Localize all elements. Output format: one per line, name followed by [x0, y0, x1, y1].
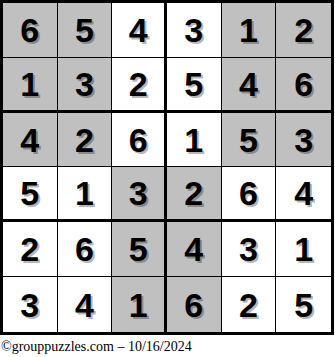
cell-r3c2: 2 — [58, 113, 113, 168]
cell-r6c1: 3 — [3, 277, 58, 332]
cell-r6c2: 4 — [58, 277, 113, 332]
cell-r5c5: 3 — [222, 222, 277, 277]
cell-r3c6: 3 — [276, 113, 331, 168]
cell-r3c1: 4 — [3, 113, 58, 168]
cell-r1c6: 2 — [276, 3, 331, 58]
cell-r4c3: 3 — [112, 167, 167, 222]
cell-r5c6: 1 — [276, 222, 331, 277]
cell-r1c1: 6 — [3, 3, 58, 58]
cell-r4c2: 1 — [58, 167, 113, 222]
cell-r3c5: 5 — [222, 113, 277, 168]
cell-r4c5: 6 — [222, 167, 277, 222]
cell-r2c5: 4 — [222, 58, 277, 113]
cell-r2c3: 2 — [112, 58, 167, 113]
cell-r3c3: 6 — [112, 113, 167, 168]
cell-r5c1: 2 — [3, 222, 58, 277]
cell-r5c3: 5 — [112, 222, 167, 277]
cell-r5c4: 4 — [167, 222, 222, 277]
cell-r6c3: 1 — [112, 277, 167, 332]
cell-r4c4: 2 — [167, 167, 222, 222]
cell-r1c2: 5 — [58, 3, 113, 58]
cell-r2c6: 6 — [276, 58, 331, 113]
cell-r4c1: 5 — [3, 167, 58, 222]
cell-r4c6: 4 — [276, 167, 331, 222]
cell-r5c2: 6 — [58, 222, 113, 277]
sudoku-grid: 654312132546426153513264265431341625 — [0, 0, 334, 335]
puzzle-page: 654312132546426153513264265431341625 ©gr… — [0, 0, 335, 357]
cell-r1c4: 3 — [167, 3, 222, 58]
cell-r1c3: 4 — [112, 3, 167, 58]
cell-r1c5: 1 — [222, 3, 277, 58]
cell-r6c6: 5 — [276, 277, 331, 332]
cell-r2c1: 1 — [3, 58, 58, 113]
cell-r3c4: 1 — [167, 113, 222, 168]
cell-r6c5: 2 — [222, 277, 277, 332]
cell-r6c4: 6 — [167, 277, 222, 332]
cell-r2c2: 3 — [58, 58, 113, 113]
credit-line: ©grouppuzzles.com – 10/16/2024 — [1, 339, 192, 355]
cell-r2c4: 5 — [167, 58, 222, 113]
